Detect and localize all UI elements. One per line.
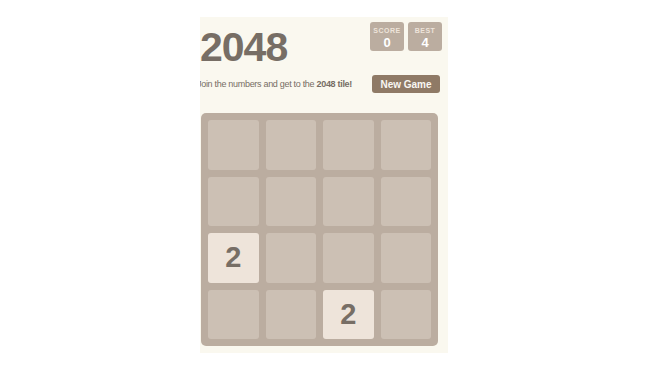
empty-cell (266, 120, 317, 170)
subtitle-goal-text: 2048 tile! (317, 79, 353, 89)
subtitle-text: Join the numbers and get to the (200, 79, 317, 89)
empty-cell (208, 120, 259, 170)
empty-cell (381, 233, 432, 283)
empty-cell (381, 120, 432, 170)
empty-cell (323, 177, 374, 227)
score-value: 0 (370, 36, 404, 49)
best-label: BEST (408, 27, 442, 34)
score-box: SCORE 0 (370, 22, 404, 51)
empty-cell (266, 233, 317, 283)
tile-2: 2 (323, 290, 374, 340)
page-title: 2048 (200, 27, 287, 68)
empty-cell (381, 177, 432, 227)
empty-cell (381, 290, 432, 340)
best-value: 4 (408, 36, 442, 49)
empty-cell (266, 290, 317, 340)
board-grid[interactable]: 22 (201, 113, 438, 346)
screenshot-stage: 2048 SCORE 0 BEST 4 Join the numbers and… (0, 0, 653, 366)
empty-cell (323, 233, 374, 283)
empty-cell (208, 290, 259, 340)
empty-cell (323, 120, 374, 170)
new-game-button[interactable]: New Game (372, 75, 440, 93)
empty-cell (208, 177, 259, 227)
tile-2: 2 (208, 233, 259, 283)
score-label: SCORE (370, 27, 404, 34)
empty-cell (266, 177, 317, 227)
game-panel: 2048 SCORE 0 BEST 4 Join the numbers and… (200, 17, 448, 353)
best-box: BEST 4 (408, 22, 442, 51)
subtitle: Join the numbers and get to the 2048 til… (200, 79, 352, 90)
